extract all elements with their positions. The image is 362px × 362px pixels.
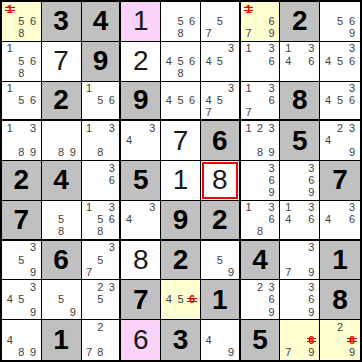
- cell-r4c2[interactable]: 89: [42, 121, 82, 161]
- candidate-2: 2: [334, 122, 346, 134]
- candidate-3: 3: [106, 242, 117, 254]
- candidate-6: 6: [106, 94, 117, 106]
- cell-r5c3[interactable]: 36: [82, 161, 122, 201]
- cell-r7c7[interactable]: 4: [241, 241, 281, 281]
- cell-r5c5[interactable]: 1: [161, 161, 201, 201]
- candidate-9: 9: [67, 306, 79, 318]
- candidate-9: 9: [27, 306, 39, 318]
- candidate-4: 4: [123, 135, 135, 147]
- candidate-6: 6: [266, 214, 278, 226]
- pencil-marks: 156: [4, 83, 39, 119]
- eliminated-candidate-1: 1: [243, 3, 255, 15]
- cell-r8c4[interactable]: 7: [121, 280, 161, 320]
- pencil-marks: 34: [123, 202, 158, 238]
- pencil-marks: 345: [203, 43, 237, 80]
- candidate-4: 4: [203, 55, 214, 67]
- candidate-3: 3: [346, 43, 358, 55]
- pencil-marks: 569: [322, 3, 358, 40]
- cell-r9c3[interactable]: 278: [82, 320, 122, 360]
- pencil-marks: 235: [84, 281, 118, 318]
- candidate-6: 6: [346, 214, 358, 226]
- cell-r4c6[interactable]: 6: [201, 121, 241, 161]
- candidate-1: 1: [4, 43, 16, 55]
- candidate-4: 4: [4, 294, 16, 306]
- candidate-3: 3: [27, 281, 39, 293]
- cell-r3c1[interactable]: 156: [2, 82, 42, 122]
- given-digit: 2: [280, 2, 319, 41]
- pencil-marks: 456: [163, 83, 198, 119]
- pencil-marks: 3456: [322, 83, 358, 119]
- given-digit: 5: [241, 320, 280, 360]
- candidate-5: 5: [214, 15, 225, 27]
- candidate-4: 4: [322, 135, 334, 147]
- candidate-5: 5: [214, 55, 225, 67]
- candidate-8: 8: [175, 67, 187, 79]
- cell-r1c1[interactable]: 5681: [2, 2, 42, 42]
- candidate-8: 8: [254, 226, 266, 238]
- cell-r3c5[interactable]: 456: [161, 82, 201, 122]
- cell-r3c6[interactable]: 3457: [201, 82, 241, 122]
- cell-r3c4[interactable]: 9: [121, 82, 161, 122]
- cell-r8c2[interactable]: 59: [42, 280, 82, 320]
- given-digit: 2: [201, 201, 239, 239]
- candidate-5: 5: [16, 55, 28, 67]
- candidate-2: 2: [254, 281, 266, 293]
- candidate-9: 9: [306, 187, 318, 199]
- cell-r4c3[interactable]: 138: [82, 121, 122, 161]
- cell-r1c7[interactable]: 6791: [241, 2, 281, 42]
- cell-r6c6[interactable]: 2: [201, 201, 241, 241]
- given-digit: 4: [241, 241, 280, 280]
- candidate-8: 8: [55, 147, 67, 159]
- given-digit: 1: [42, 320, 81, 360]
- candidate-6: 6: [346, 94, 358, 106]
- candidate-5: 5: [214, 254, 225, 266]
- pencil-marks: 1368: [243, 202, 278, 238]
- candidate-5: 5: [334, 94, 346, 106]
- cell-r1c5[interactable]: 568: [161, 2, 201, 42]
- pencil-marks: 1367: [243, 83, 278, 119]
- given-digit: 4: [82, 2, 120, 41]
- candidate-3: 3: [306, 202, 318, 214]
- given-digit: 7: [121, 280, 160, 319]
- candidate-3: 3: [147, 202, 159, 214]
- candidate-8: 8: [16, 147, 28, 159]
- given-digit: 6: [42, 241, 81, 280]
- cell-r3c8[interactable]: 8: [280, 82, 320, 122]
- cell-r7c1[interactable]: 359: [2, 241, 42, 281]
- candidate-7: 7: [203, 28, 214, 40]
- candidate-4: 4: [322, 55, 334, 67]
- candidate-2: 2: [95, 321, 106, 334]
- given-digit: 7: [320, 161, 360, 200]
- pencil-marks: 369: [243, 162, 278, 199]
- candidate-9: 9: [27, 266, 39, 278]
- cell-r9c7[interactable]: 5: [241, 320, 281, 360]
- cell-r9c2[interactable]: 1: [42, 320, 82, 360]
- candidate-9: 9: [266, 147, 278, 159]
- candidate-3: 3: [266, 43, 278, 55]
- candidate-4: 4: [4, 334, 16, 347]
- candidate-5: 5: [175, 94, 187, 106]
- pencil-marks: 1389: [4, 122, 39, 159]
- candidate-3: 3: [225, 83, 236, 95]
- cell-r4c7[interactable]: 12389: [241, 121, 281, 161]
- cell-r9c8[interactable]: 796: [280, 320, 320, 360]
- candidate-9: 9: [266, 28, 278, 40]
- given-digit: 5: [121, 161, 160, 200]
- candidate-4: 4: [123, 214, 135, 226]
- cell-r9c9[interactable]: 296: [320, 320, 360, 360]
- cell-r5c9[interactable]: 7: [320, 161, 360, 201]
- candidate-5: 5: [16, 94, 28, 106]
- candidate-5: 5: [95, 214, 106, 226]
- pencil-marks: 2369: [243, 281, 278, 318]
- given-digit: 3: [161, 320, 200, 360]
- cell-r6c7[interactable]: 1368: [241, 201, 281, 241]
- candidate-1: 1: [282, 43, 294, 55]
- candidate-1: 1: [243, 83, 255, 95]
- entered-digit: 1: [121, 2, 160, 41]
- eliminated-candidate-6: 6: [186, 294, 198, 306]
- candidate-9: 9: [346, 346, 358, 359]
- candidate-1: 1: [243, 43, 255, 55]
- candidate-6: 6: [306, 294, 318, 306]
- candidate-9: 9: [225, 266, 236, 278]
- cell-r6c3[interactable]: 13568: [82, 201, 122, 241]
- cell-r2c4[interactable]: 2: [121, 42, 161, 82]
- cell-r9c4[interactable]: 6: [121, 320, 161, 360]
- pencil-marks: 59: [203, 242, 237, 279]
- candidate-7: 7: [243, 28, 255, 40]
- candidate-6: 6: [106, 174, 117, 186]
- candidate-1: 1: [4, 83, 16, 95]
- candidate-3: 3: [266, 202, 278, 214]
- cell-r2c6[interactable]: 345: [201, 42, 241, 82]
- cell-r3c2[interactable]: 2: [42, 82, 82, 122]
- cell-r8c5[interactable]: 456: [161, 280, 201, 320]
- cell-r2c7[interactable]: 136: [241, 42, 281, 82]
- given-digit: 2: [161, 241, 200, 280]
- cell-r2c3[interactable]: 9: [82, 42, 122, 82]
- given-digit: 2: [42, 82, 81, 120]
- cell-r8c6[interactable]: 1: [201, 280, 241, 320]
- candidate-1: 1: [84, 83, 95, 95]
- pencil-marks: 13568: [84, 202, 118, 238]
- candidate-3: 3: [27, 122, 39, 134]
- candidate-1: 1: [243, 202, 255, 214]
- entered-digit: 2: [121, 42, 160, 81]
- cell-r2c9[interactable]: 3456: [320, 42, 360, 82]
- candidate-5: 5: [16, 254, 28, 266]
- candidate-6: 6: [186, 15, 198, 27]
- entered-digit: 7: [42, 42, 81, 81]
- candidate-9: 9: [266, 306, 278, 318]
- cell-r5c7[interactable]: 369: [241, 161, 281, 201]
- cell-r1c8[interactable]: 2: [280, 2, 320, 42]
- cell-r6c2[interactable]: 58: [42, 201, 82, 241]
- entered-digit: 8: [121, 241, 160, 280]
- candidate-7: 7: [243, 106, 255, 118]
- given-digit: 1: [320, 241, 360, 280]
- candidate-3: 3: [306, 162, 318, 174]
- pencil-marks: 36: [84, 162, 118, 199]
- pencil-marks: 296: [322, 321, 358, 359]
- candidate-6: 6: [266, 55, 278, 67]
- cell-r6c1[interactable]: 7: [2, 201, 42, 241]
- pencil-marks: 278: [84, 321, 118, 359]
- pencil-marks: 89: [44, 122, 79, 159]
- cell-r1c3[interactable]: 4: [82, 2, 122, 42]
- pencil-marks: 3457: [203, 83, 237, 119]
- candidate-7: 7: [203, 106, 214, 118]
- candidate-6: 6: [346, 55, 358, 67]
- pencil-marks: 568: [163, 3, 198, 40]
- cell-r5c8[interactable]: 369: [280, 161, 320, 201]
- candidate-9: 9: [306, 266, 318, 278]
- cell-r1c6[interactable]: 57: [201, 2, 241, 42]
- sudoku-board: 5681341568576791256915687924568345136134…: [0, 0, 362, 362]
- cell-r9c5[interactable]: 3: [161, 320, 201, 360]
- cell-r4c9[interactable]: 2349: [320, 121, 360, 161]
- candidate-3: 3: [306, 43, 318, 55]
- cell-r5c1[interactable]: 2: [2, 161, 42, 201]
- entered-digit: 6: [121, 320, 160, 360]
- cell-r2c5[interactable]: 4568: [161, 42, 201, 82]
- entered-digit: 7: [161, 121, 200, 160]
- candidate-4: 4: [163, 55, 175, 67]
- candidate-6: 6: [346, 15, 358, 27]
- candidate-5: 5: [175, 55, 187, 67]
- pencil-marks: 1346: [282, 43, 317, 80]
- pencil-marks: 1346: [282, 202, 317, 238]
- cell-r7c9[interactable]: 1: [320, 241, 360, 281]
- candidate-1: 1: [84, 202, 95, 214]
- cell-r6c9[interactable]: 346: [320, 201, 360, 241]
- given-digit: 1: [201, 280, 239, 319]
- cell-r7c6[interactable]: 59: [201, 241, 241, 281]
- cell-r1c2[interactable]: 3: [42, 2, 82, 42]
- candidate-5: 5: [95, 254, 106, 266]
- pencil-marks: 2349: [322, 122, 358, 159]
- pencil-marks: 489: [4, 321, 39, 359]
- cell-r5c2[interactable]: 4: [42, 161, 82, 201]
- candidate-8: 8: [16, 346, 28, 359]
- pencil-marks: 156: [84, 83, 118, 119]
- candidate-9: 9: [225, 346, 236, 359]
- candidate-4: 4: [203, 94, 214, 106]
- candidate-4: 4: [203, 334, 214, 347]
- candidate-3: 3: [106, 202, 117, 214]
- candidate-8: 8: [175, 28, 187, 40]
- given-digit: 5: [280, 121, 319, 160]
- candidate-8: 8: [16, 67, 28, 79]
- cell-r1c9[interactable]: 569: [320, 2, 360, 42]
- cell-r3c9[interactable]: 3456: [320, 82, 360, 122]
- candidate-5: 5: [55, 214, 67, 226]
- cell-r8c3[interactable]: 235: [82, 280, 122, 320]
- candidate-5: 5: [334, 15, 346, 27]
- given-digit: 3: [42, 2, 81, 41]
- candidate-3: 3: [225, 43, 236, 55]
- cell-r6c4[interactable]: 34: [121, 201, 161, 241]
- candidate-6: 6: [186, 94, 198, 106]
- cell-r7c4[interactable]: 8: [121, 241, 161, 281]
- candidate-3: 3: [306, 242, 318, 254]
- given-digit: 6: [201, 121, 239, 160]
- given-digit: 9: [121, 82, 160, 120]
- candidate-3: 3: [266, 122, 278, 134]
- candidate-7: 7: [282, 266, 294, 278]
- candidate-5: 5: [334, 55, 346, 67]
- cell-r7c8[interactable]: 379: [280, 241, 320, 281]
- candidate-4: 4: [282, 214, 294, 226]
- pencil-marks: 136: [243, 43, 278, 80]
- pencil-marks: 49: [203, 321, 237, 359]
- candidate-6: 6: [266, 15, 278, 27]
- candidate-9: 9: [27, 346, 39, 359]
- cell-r9c6[interactable]: 49: [201, 320, 241, 360]
- pencil-marks: 369: [282, 162, 317, 199]
- candidate-4: 4: [322, 214, 334, 226]
- candidate-3: 3: [346, 122, 358, 134]
- cell-r1c4[interactable]: 1: [121, 2, 161, 42]
- given-digit: 7: [2, 201, 41, 239]
- candidate-9: 9: [306, 346, 318, 359]
- candidate-5: 5: [95, 94, 106, 106]
- candidate-6: 6: [27, 55, 39, 67]
- given-digit: 9: [82, 42, 120, 81]
- candidate-8: 8: [95, 226, 106, 238]
- candidate-3: 3: [147, 122, 159, 134]
- candidate-5: 5: [16, 15, 28, 27]
- candidate-6: 6: [186, 55, 198, 67]
- cell-r4c5[interactable]: 7: [161, 121, 201, 161]
- candidate-4: 4: [282, 55, 294, 67]
- entered-digit: 8: [201, 161, 239, 200]
- candidate-3: 3: [306, 281, 318, 293]
- cell-r6c8[interactable]: 1346: [280, 201, 320, 241]
- cell-r3c3[interactable]: 156: [82, 82, 122, 122]
- pencil-marks: 456: [163, 281, 198, 318]
- eliminated-candidate-6: 6: [306, 334, 318, 347]
- candidate-6: 6: [266, 94, 278, 106]
- cell-r3c7[interactable]: 1367: [241, 82, 281, 122]
- candidate-7: 7: [84, 346, 95, 359]
- candidate-5: 5: [175, 15, 187, 27]
- candidate-5: 5: [175, 294, 187, 306]
- candidate-8: 8: [55, 226, 67, 238]
- candidate-6: 6: [266, 294, 278, 306]
- pencil-marks: 359: [4, 242, 39, 279]
- cell-r5c6[interactable]: 8: [201, 161, 241, 201]
- cell-r4c4[interactable]: 34: [121, 121, 161, 161]
- cell-r7c5[interactable]: 2: [161, 241, 201, 281]
- candidate-6: 6: [27, 94, 39, 106]
- cell-r8c8[interactable]: 369: [280, 280, 320, 320]
- pencil-marks: 796: [282, 321, 317, 359]
- cell-r6c5[interactable]: 9: [161, 201, 201, 241]
- candidate-5: 5: [95, 294, 106, 306]
- candidate-4: 4: [322, 94, 334, 106]
- candidate-4: 4: [163, 294, 175, 306]
- pencil-marks: 12389: [243, 122, 278, 159]
- candidate-1: 1: [4, 122, 16, 134]
- candidate-3: 3: [106, 122, 117, 134]
- cell-r7c3[interactable]: 357: [82, 241, 122, 281]
- candidate-3: 3: [106, 281, 117, 293]
- candidate-3: 3: [266, 83, 278, 95]
- pencil-marks: 57: [203, 3, 237, 40]
- pencil-marks: 138: [84, 122, 118, 159]
- candidate-5: 5: [55, 294, 67, 306]
- candidate-8: 8: [16, 28, 28, 40]
- candidate-7: 7: [282, 346, 294, 359]
- pencil-marks: 357: [84, 242, 118, 279]
- cell-r4c1[interactable]: 1389: [2, 121, 42, 161]
- pencil-marks: 379: [282, 242, 317, 279]
- candidate-1: 1: [84, 122, 95, 134]
- candidate-3: 3: [346, 202, 358, 214]
- cell-r8c7[interactable]: 2369: [241, 280, 281, 320]
- eliminated-candidate-1: 1: [4, 3, 16, 15]
- candidate-3: 3: [346, 83, 358, 95]
- cell-r8c9[interactable]: 8: [320, 280, 360, 320]
- entered-digit: 1: [161, 161, 200, 200]
- candidate-6: 6: [306, 174, 318, 186]
- candidate-3: 3: [266, 281, 278, 293]
- cell-r2c1[interactable]: 1568: [2, 42, 42, 82]
- candidate-8: 8: [95, 346, 106, 359]
- candidate-9: 9: [346, 28, 358, 40]
- candidate-8: 8: [254, 147, 266, 159]
- candidate-1: 1: [243, 122, 255, 134]
- eliminated-candidate-6: 6: [346, 334, 358, 347]
- given-digit: 8: [280, 82, 319, 120]
- candidate-9: 9: [67, 147, 79, 159]
- pencil-marks: 3456: [322, 43, 358, 80]
- given-digit: 8: [320, 280, 360, 319]
- given-digit: 9: [161, 201, 200, 239]
- candidate-1: 1: [282, 202, 294, 214]
- pencil-marks: 369: [282, 281, 317, 318]
- cell-r9c1[interactable]: 489: [2, 320, 42, 360]
- cell-r7c2[interactable]: 6: [42, 241, 82, 281]
- pencil-marks: 4568: [163, 43, 198, 80]
- cell-r8c1[interactable]: 3459: [2, 280, 42, 320]
- cell-r2c2[interactable]: 7: [42, 42, 82, 82]
- candidate-5: 5: [214, 94, 225, 106]
- candidate-2: 2: [254, 122, 266, 134]
- cell-r4c8[interactable]: 5: [280, 121, 320, 161]
- candidate-3: 3: [106, 162, 117, 174]
- cell-r2c8[interactable]: 1346: [280, 42, 320, 82]
- candidate-9: 9: [306, 306, 318, 318]
- pencil-marks: 1568: [4, 43, 39, 80]
- candidate-8: 8: [95, 147, 106, 159]
- candidate-9: 9: [27, 147, 39, 159]
- pencil-marks: 59: [44, 281, 79, 318]
- pencil-marks: 346: [322, 202, 358, 238]
- given-digit: 2: [2, 161, 41, 200]
- pencil-marks: 34: [123, 122, 158, 159]
- candidate-4: 4: [163, 94, 175, 106]
- candidate-9: 9: [346, 147, 358, 159]
- candidate-7: 7: [84, 266, 95, 278]
- pencil-marks: 5681: [4, 3, 39, 40]
- cell-r5c4[interactable]: 5: [121, 161, 161, 201]
- given-digit: 4: [42, 161, 81, 200]
